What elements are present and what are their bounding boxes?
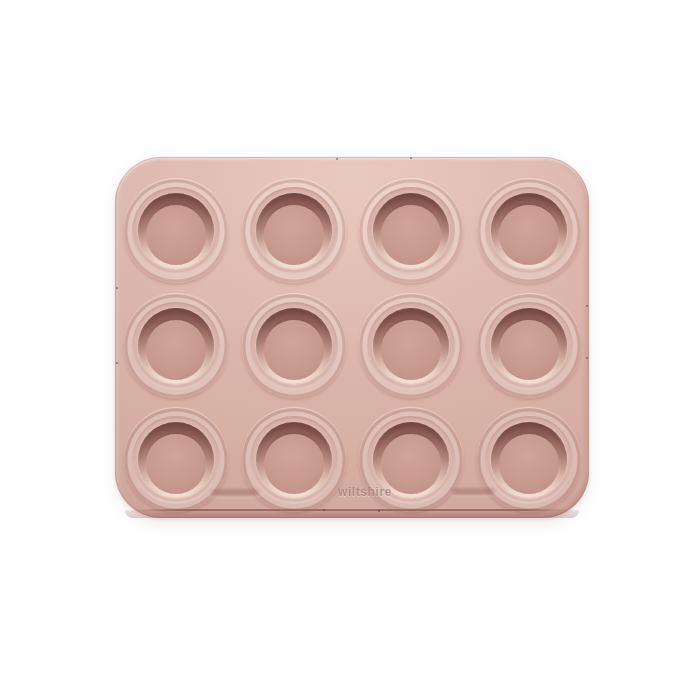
cup-floor (499, 205, 559, 265)
cup-cavity (138, 193, 214, 269)
cup-step-ring (367, 187, 455, 275)
cup-floor (381, 320, 441, 380)
cup-floor (146, 205, 206, 265)
muffin-cup-r3c3 (353, 403, 471, 518)
muffin-cup-r1c3 (353, 174, 471, 289)
muffin-cup-r2c2 (235, 289, 353, 404)
cup-floor (381, 205, 441, 265)
muffin-pan: wiltshire (115, 157, 589, 518)
cup-outer-ridge (242, 294, 346, 398)
cup-outer-ridge (124, 179, 228, 283)
cup-outer-ridge (477, 294, 581, 398)
muffin-cup-r2c4 (470, 289, 588, 404)
cup-floor (381, 434, 441, 494)
cup-outer-ridge (242, 408, 346, 512)
cup-step-ring (250, 416, 338, 504)
edge-speck (323, 509, 325, 511)
edge-speck (116, 362, 118, 364)
cup-step-ring (485, 416, 573, 504)
cup-cavity (138, 422, 214, 498)
muffin-cup-r3c4 (470, 403, 588, 518)
cup-cavity (373, 308, 449, 384)
edge-speck (378, 510, 380, 512)
cup-outer-ridge (359, 294, 463, 398)
edge-speck (586, 357, 588, 359)
cup-outer-ridge (359, 408, 463, 512)
edge-speck (336, 158, 338, 160)
cup-step-ring (132, 302, 220, 390)
cup-floor (264, 320, 324, 380)
cup-cavity (491, 308, 567, 384)
edge-speck (410, 157, 412, 159)
product-photo: wiltshire (0, 0, 700, 700)
cup-step-ring (132, 416, 220, 504)
cup-outer-ridge (124, 408, 228, 512)
muffin-cup-grid (117, 174, 588, 518)
cup-outer-ridge (124, 294, 228, 398)
cup-cavity (373, 422, 449, 498)
cup-step-ring (485, 187, 573, 275)
cup-step-ring (367, 302, 455, 390)
cup-step-ring (485, 302, 573, 390)
cup-cavity (373, 193, 449, 269)
muffin-cup-r1c1 (117, 174, 235, 289)
muffin-cup-r2c1 (117, 289, 235, 404)
cup-floor (146, 434, 206, 494)
cup-step-ring (367, 416, 455, 504)
cup-step-ring (132, 187, 220, 275)
cup-step-ring (250, 187, 338, 275)
cup-cavity (256, 308, 332, 384)
cup-floor (499, 434, 559, 494)
cup-floor (146, 320, 206, 380)
muffin-cup-r3c1 (117, 403, 235, 518)
cup-cavity (138, 308, 214, 384)
cup-cavity (491, 193, 567, 269)
muffin-cup-r3c2 (235, 403, 353, 518)
cup-outer-ridge (359, 179, 463, 283)
cup-step-ring (250, 302, 338, 390)
cup-floor (264, 434, 324, 494)
cup-floor (264, 205, 324, 265)
cup-outer-ridge (477, 408, 581, 512)
cup-outer-ridge (477, 179, 581, 283)
cup-cavity (491, 422, 567, 498)
cup-cavity (256, 422, 332, 498)
cup-outer-ridge (242, 179, 346, 283)
edge-speck (116, 287, 118, 289)
muffin-cup-r1c2 (235, 174, 353, 289)
cup-cavity (256, 193, 332, 269)
muffin-cup-r1c4 (470, 174, 588, 289)
edge-speck (586, 305, 588, 307)
muffin-cup-r2c3 (353, 289, 471, 404)
cup-floor (499, 320, 559, 380)
